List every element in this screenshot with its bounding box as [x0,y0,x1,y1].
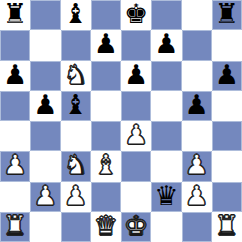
piece-white-knight[interactable]: ♞ [64,151,88,180]
chess-board-window: ♜♝♚♜♟♟♟♞♟♟♟♝♟♟♟♞♝♟♟♟♛♟♜♛♚♜ [0,0,242,242]
square-g5[interactable]: ♟ [182,91,212,121]
square-e1[interactable]: ♚ [121,212,151,242]
square-g2[interactable]: ♟ [182,182,212,212]
piece-white-pawn[interactable]: ♟ [185,151,209,180]
square-a7[interactable] [0,30,30,60]
piece-white-bishop[interactable]: ♝ [94,151,118,180]
square-c3[interactable]: ♞ [61,151,91,181]
piece-white-pawn[interactable]: ♟ [124,121,148,150]
square-h5[interactable] [212,91,242,121]
square-d5[interactable] [91,91,121,121]
square-c7[interactable] [61,30,91,60]
square-f6[interactable] [151,61,181,91]
square-h3[interactable] [212,151,242,181]
piece-white-pawn[interactable]: ♟ [185,182,209,211]
square-e8[interactable]: ♚ [121,0,151,30]
square-f1[interactable] [151,212,181,242]
square-h7[interactable] [212,30,242,60]
square-a4[interactable] [0,121,30,151]
piece-black-bishop[interactable]: ♝ [64,91,88,120]
piece-white-knight[interactable]: ♞ [64,61,88,90]
piece-white-pawn[interactable]: ♟ [3,151,27,180]
square-c1[interactable] [61,212,91,242]
square-e7[interactable] [121,30,151,60]
square-f2[interactable]: ♛ [151,182,181,212]
piece-black-pawn[interactable]: ♟ [154,30,178,59]
piece-black-bishop[interactable]: ♝ [64,0,88,29]
square-e2[interactable] [121,182,151,212]
piece-black-queen[interactable]: ♛ [154,182,178,211]
square-d2[interactable] [91,182,121,212]
piece-black-pawn[interactable]: ♟ [3,61,27,90]
piece-black-pawn[interactable]: ♟ [185,91,209,120]
square-b2[interactable]: ♟ [30,182,60,212]
square-h8[interactable]: ♜ [212,0,242,30]
square-a2[interactable] [0,182,30,212]
square-g7[interactable] [182,30,212,60]
square-d3[interactable]: ♝ [91,151,121,181]
square-h2[interactable] [212,182,242,212]
square-g6[interactable] [182,61,212,91]
square-g1[interactable] [182,212,212,242]
piece-black-king[interactable]: ♚ [124,0,148,29]
square-b8[interactable] [30,0,60,30]
piece-white-pawn[interactable]: ♟ [64,182,88,211]
square-c8[interactable]: ♝ [61,0,91,30]
piece-black-rook[interactable]: ♜ [215,0,239,29]
square-d8[interactable] [91,0,121,30]
piece-black-pawn[interactable]: ♟ [124,61,148,90]
square-e5[interactable] [121,91,151,121]
square-b4[interactable] [30,121,60,151]
square-f8[interactable] [151,0,181,30]
square-f5[interactable] [151,91,181,121]
square-a8[interactable]: ♜ [0,0,30,30]
square-a6[interactable]: ♟ [0,61,30,91]
square-c2[interactable]: ♟ [61,182,91,212]
square-c5[interactable]: ♝ [61,91,91,121]
square-a5[interactable] [0,91,30,121]
square-d4[interactable] [91,121,121,151]
square-b1[interactable] [30,212,60,242]
piece-white-rook[interactable]: ♜ [3,212,27,241]
piece-white-pawn[interactable]: ♟ [33,182,57,211]
square-h6[interactable]: ♟ [212,61,242,91]
piece-black-pawn[interactable]: ♟ [33,91,57,120]
square-g3[interactable]: ♟ [182,151,212,181]
square-f7[interactable]: ♟ [151,30,181,60]
square-h4[interactable] [212,121,242,151]
square-f3[interactable] [151,151,181,181]
square-f4[interactable] [151,121,181,151]
piece-white-rook[interactable]: ♜ [215,212,239,241]
piece-black-pawn[interactable]: ♟ [94,30,118,59]
square-e3[interactable] [121,151,151,181]
square-g8[interactable] [182,0,212,30]
square-b3[interactable] [30,151,60,181]
square-a3[interactable]: ♟ [0,151,30,181]
square-a1[interactable]: ♜ [0,212,30,242]
square-b6[interactable] [30,61,60,91]
square-d6[interactable] [91,61,121,91]
piece-black-rook[interactable]: ♜ [3,0,27,29]
square-h1[interactable]: ♜ [212,212,242,242]
piece-white-king[interactable]: ♚ [124,212,148,241]
square-b7[interactable] [30,30,60,60]
square-d1[interactable]: ♛ [91,212,121,242]
square-g4[interactable] [182,121,212,151]
square-b5[interactable]: ♟ [30,91,60,121]
square-d7[interactable]: ♟ [91,30,121,60]
square-c4[interactable] [61,121,91,151]
square-e4[interactable]: ♟ [121,121,151,151]
square-c6[interactable]: ♞ [61,61,91,91]
piece-white-queen[interactable]: ♛ [94,212,118,241]
square-e6[interactable]: ♟ [121,61,151,91]
piece-black-pawn[interactable]: ♟ [215,61,239,90]
chess-board: ♜♝♚♜♟♟♟♞♟♟♟♝♟♟♟♞♝♟♟♟♛♟♜♛♚♜ [0,0,242,242]
